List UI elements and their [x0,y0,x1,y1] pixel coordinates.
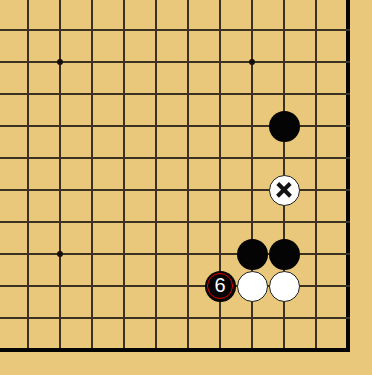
grid-line-vertical [91,0,93,352]
stone-white-r3[interactable] [269,271,300,302]
star-point [57,59,63,65]
move-number-label: 6 [214,275,225,295]
go-board-diagram: 6 [0,0,372,375]
grid-line-horizontal [0,317,350,319]
stone-black-r4[interactable] [269,239,300,270]
grid-line-vertical [59,0,61,352]
board-edge-right [346,0,350,352]
x-mark-icon [270,176,299,205]
grid-line-horizontal [0,29,350,31]
stone-black-p3[interactable]: 6 [205,271,236,302]
grid-line-vertical [187,0,189,352]
grid-line-vertical [123,0,125,352]
board-edge-bottom [0,348,350,352]
grid-line-horizontal [0,221,350,223]
grid-line-vertical [27,0,29,352]
grid-line-vertical [155,0,157,352]
stone-white-r6[interactable] [269,175,300,206]
grid-line-horizontal [0,93,350,95]
stone-white-q3[interactable] [237,271,268,302]
star-point [249,59,255,65]
grid-line-horizontal [0,61,350,63]
grid-line-horizontal [0,157,350,159]
grid-line-vertical [315,0,317,352]
star-point [57,251,63,257]
stone-black-r8[interactable] [269,111,300,142]
stone-black-q4[interactable] [237,239,268,270]
